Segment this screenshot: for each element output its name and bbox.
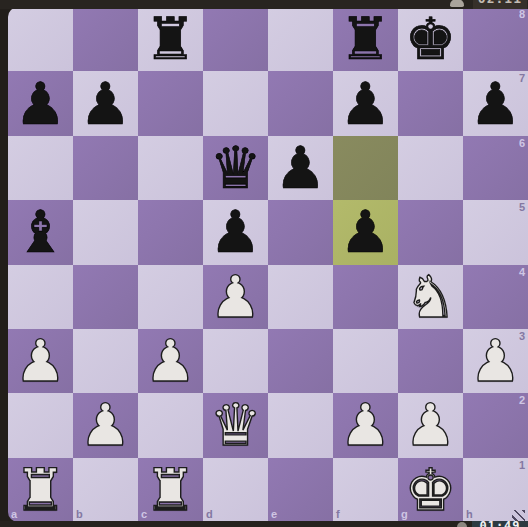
square-b7[interactable]: ♟ xyxy=(73,71,138,135)
square-a8[interactable] xyxy=(8,7,73,71)
square-d1[interactable]: d xyxy=(203,458,268,522)
square-e3[interactable] xyxy=(268,329,333,393)
player-icon xyxy=(457,522,467,527)
coordinate-file-h: h xyxy=(466,508,473,520)
coordinate-rank-2: 2 xyxy=(519,394,525,406)
white-pawn[interactable]: ♟ xyxy=(470,329,522,393)
opponent-player-icon xyxy=(449,0,465,7)
white-pawn[interactable]: ♟ xyxy=(80,393,132,457)
square-a4[interactable] xyxy=(8,265,73,329)
black-pawn[interactable]: ♟ xyxy=(470,72,522,136)
square-f4[interactable] xyxy=(333,265,398,329)
square-c5[interactable] xyxy=(138,200,203,264)
chess-board[interactable]: ♜♜♚8♟♟♟♟7♛♟6♝♟♟5♟♞4♟♟♟3♟♛♟♟2♜ab♜cdef♚gh1 xyxy=(8,7,528,522)
top-player-bar: 02:11 xyxy=(0,0,528,9)
square-h5[interactable]: 5 xyxy=(463,200,528,264)
square-e2[interactable] xyxy=(268,393,333,457)
black-pawn[interactable]: ♟ xyxy=(210,200,262,264)
square-f3[interactable] xyxy=(333,329,398,393)
white-rook[interactable]: ♜ xyxy=(145,458,197,522)
white-king[interactable]: ♚ xyxy=(405,458,457,522)
square-d3[interactable] xyxy=(203,329,268,393)
square-e4[interactable] xyxy=(268,265,333,329)
square-g5[interactable] xyxy=(398,200,463,264)
square-d4[interactable]: ♟ xyxy=(203,265,268,329)
square-g6[interactable] xyxy=(398,136,463,200)
white-pawn[interactable]: ♟ xyxy=(15,329,67,393)
square-h2[interactable]: 2 xyxy=(463,393,528,457)
square-c2[interactable] xyxy=(138,393,203,457)
square-b8[interactable] xyxy=(73,7,138,71)
square-d7[interactable] xyxy=(203,71,268,135)
square-e5[interactable] xyxy=(268,200,333,264)
player-clock-active: 01:49 xyxy=(472,521,528,527)
bottom-player-bar: 01:49 xyxy=(0,521,528,527)
black-rook[interactable]: ♜ xyxy=(145,7,197,71)
square-c1[interactable]: ♜c xyxy=(138,458,203,522)
square-g1[interactable]: ♚g xyxy=(398,458,463,522)
square-a5[interactable]: ♝ xyxy=(8,200,73,264)
coordinate-file-d: d xyxy=(206,508,213,520)
coordinate-file-b: b xyxy=(76,508,83,520)
square-h6[interactable]: 6 xyxy=(463,136,528,200)
white-pawn[interactable]: ♟ xyxy=(405,393,457,457)
black-pawn[interactable]: ♟ xyxy=(340,200,392,264)
square-g2[interactable]: ♟ xyxy=(398,393,463,457)
black-bishop[interactable]: ♝ xyxy=(15,200,67,264)
white-queen[interactable]: ♛ xyxy=(210,393,262,457)
coordinate-file-e: e xyxy=(271,508,277,520)
square-f6[interactable] xyxy=(333,136,398,200)
square-h3[interactable]: ♟3 xyxy=(463,329,528,393)
square-b5[interactable] xyxy=(73,200,138,264)
white-rook[interactable]: ♜ xyxy=(15,458,67,522)
black-pawn[interactable]: ♟ xyxy=(275,136,327,200)
square-e6[interactable]: ♟ xyxy=(268,136,333,200)
square-g7[interactable] xyxy=(398,71,463,135)
square-e8[interactable] xyxy=(268,7,333,71)
square-e1[interactable]: e xyxy=(268,458,333,522)
square-d8[interactable] xyxy=(203,7,268,71)
square-h4[interactable]: 4 xyxy=(463,265,528,329)
square-c6[interactable] xyxy=(138,136,203,200)
square-b6[interactable] xyxy=(73,136,138,200)
square-d2[interactable]: ♛ xyxy=(203,393,268,457)
square-d5[interactable]: ♟ xyxy=(203,200,268,264)
square-b4[interactable] xyxy=(73,265,138,329)
square-a2[interactable] xyxy=(8,393,73,457)
square-a3[interactable]: ♟ xyxy=(8,329,73,393)
square-g4[interactable]: ♞ xyxy=(398,265,463,329)
square-c3[interactable]: ♟ xyxy=(138,329,203,393)
coordinate-rank-4: 4 xyxy=(519,266,525,278)
black-king[interactable]: ♚ xyxy=(405,7,457,71)
square-c4[interactable] xyxy=(138,265,203,329)
square-g8[interactable]: ♚ xyxy=(398,7,463,71)
square-a1[interactable]: ♜a xyxy=(8,458,73,522)
square-a6[interactable] xyxy=(8,136,73,200)
opponent-clock: 02:11 xyxy=(473,0,527,9)
square-a7[interactable]: ♟ xyxy=(8,71,73,135)
black-rook[interactable]: ♜ xyxy=(340,7,392,71)
black-pawn[interactable]: ♟ xyxy=(340,72,392,136)
square-h8[interactable]: 8 xyxy=(463,7,528,71)
square-f5[interactable]: ♟ xyxy=(333,200,398,264)
square-b2[interactable]: ♟ xyxy=(73,393,138,457)
white-pawn[interactable]: ♟ xyxy=(145,329,197,393)
square-b1[interactable]: b xyxy=(73,458,138,522)
coordinate-file-f: f xyxy=(336,508,340,520)
coordinate-rank-5: 5 xyxy=(519,201,525,213)
player-clock-time: 01:49 xyxy=(472,521,528,527)
square-f7[interactable]: ♟ xyxy=(333,71,398,135)
black-pawn[interactable]: ♟ xyxy=(15,72,67,136)
coordinate-rank-1: 1 xyxy=(519,459,525,471)
square-f1[interactable]: f xyxy=(333,458,398,522)
square-c8[interactable]: ♜ xyxy=(138,7,203,71)
coordinate-rank-6: 6 xyxy=(519,137,525,149)
black-pawn[interactable]: ♟ xyxy=(80,72,132,136)
square-h7[interactable]: ♟7 xyxy=(463,71,528,135)
square-c7[interactable] xyxy=(138,71,203,135)
square-d6[interactable]: ♛ xyxy=(203,136,268,200)
coordinate-rank-8: 8 xyxy=(519,8,525,20)
black-queen[interactable]: ♛ xyxy=(210,136,262,200)
square-b3[interactable] xyxy=(73,329,138,393)
white-pawn[interactable]: ♟ xyxy=(340,393,392,457)
white-pawn[interactable]: ♟ xyxy=(210,265,262,329)
square-g3[interactable] xyxy=(398,329,463,393)
square-e7[interactable] xyxy=(268,71,333,135)
square-f2[interactable]: ♟ xyxy=(333,393,398,457)
square-f8[interactable]: ♜ xyxy=(333,7,398,71)
player-icon-body xyxy=(450,0,464,7)
white-knight[interactable]: ♞ xyxy=(405,265,457,329)
